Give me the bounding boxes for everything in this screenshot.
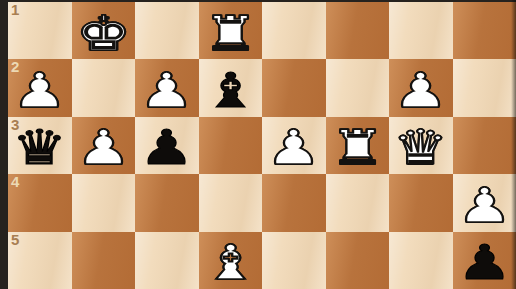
white-king-icon: ♚	[76, 9, 131, 57]
square-f3[interactable]: ♟	[135, 117, 199, 174]
square-g1[interactable]: ♚	[72, 2, 136, 59]
square-d1[interactable]	[262, 2, 326, 59]
square-g3[interactable]: ♟	[72, 117, 136, 174]
square-h5[interactable]: 5	[8, 232, 72, 289]
white-rook-icon: ♜	[203, 9, 258, 57]
white-queen-icon: ♛	[393, 123, 448, 171]
square-a3[interactable]	[453, 117, 516, 174]
square-a2[interactable]	[453, 59, 516, 116]
white-pawn-icon: ♟	[76, 123, 131, 171]
black-pawn-icon: ♟	[457, 238, 512, 286]
chessboard-screenshot: 1♚♜2♟♟♝♟3♛♟♟♟♜♛4♟5♝♟	[0, 0, 516, 289]
square-g5[interactable]	[72, 232, 136, 289]
black-queen-icon: ♛	[12, 123, 67, 171]
black-bishop-icon: ♝	[203, 66, 258, 114]
white-bishop-icon: ♝	[203, 238, 258, 286]
square-a4[interactable]: ♟	[453, 174, 516, 231]
square-a5[interactable]: ♟	[453, 232, 516, 289]
square-c5[interactable]	[326, 232, 390, 289]
square-e4[interactable]	[199, 174, 263, 231]
square-b4[interactable]	[389, 174, 453, 231]
white-pawn-icon: ♟	[457, 181, 512, 229]
square-b1[interactable]	[389, 2, 453, 59]
square-e3[interactable]	[199, 117, 263, 174]
white-pawn-icon: ♟	[139, 66, 194, 114]
white-pawn-icon: ♟	[393, 66, 448, 114]
black-pawn-icon: ♟	[139, 123, 194, 171]
square-h4[interactable]: 4	[8, 174, 72, 231]
rank-label-4: 4	[11, 174, 19, 191]
square-b2[interactable]: ♟	[389, 59, 453, 116]
square-f4[interactable]	[135, 174, 199, 231]
square-e5[interactable]: ♝	[199, 232, 263, 289]
chess-board: 1♚♜2♟♟♝♟3♛♟♟♟♜♛4♟5♝♟	[8, 2, 516, 289]
square-c3[interactable]: ♜	[326, 117, 390, 174]
square-a1[interactable]	[453, 2, 516, 59]
white-pawn-icon: ♟	[266, 123, 321, 171]
square-f5[interactable]	[135, 232, 199, 289]
square-g4[interactable]	[72, 174, 136, 231]
rank-label-1: 1	[11, 2, 19, 19]
white-rook-icon: ♜	[330, 123, 385, 171]
square-b3[interactable]: ♛	[389, 117, 453, 174]
square-d2[interactable]	[262, 59, 326, 116]
square-d4[interactable]	[262, 174, 326, 231]
square-f1[interactable]	[135, 2, 199, 59]
square-e2[interactable]: ♝	[199, 59, 263, 116]
square-g2[interactable]	[72, 59, 136, 116]
square-c2[interactable]	[326, 59, 390, 116]
square-h2[interactable]: 2♟	[8, 59, 72, 116]
square-c4[interactable]	[326, 174, 390, 231]
square-h3[interactable]: 3♛	[8, 117, 72, 174]
square-e1[interactable]: ♜	[199, 2, 263, 59]
rank-label-5: 5	[11, 232, 19, 249]
square-d3[interactable]: ♟	[262, 117, 326, 174]
square-f2[interactable]: ♟	[135, 59, 199, 116]
square-h1[interactable]: 1	[8, 2, 72, 59]
square-b5[interactable]	[389, 232, 453, 289]
square-d5[interactable]	[262, 232, 326, 289]
square-c1[interactable]	[326, 2, 390, 59]
white-pawn-icon: ♟	[12, 66, 67, 114]
